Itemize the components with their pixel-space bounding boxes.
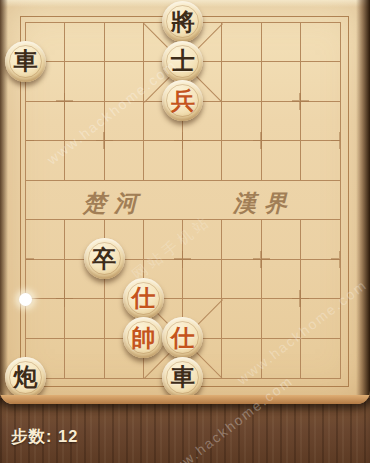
game-screen: 步数: 12 楚河 漢界 將車士兵卒仕帥仕炮車 www.hackhome.com…	[0, 0, 370, 463]
board-cell[interactable]	[301, 339, 340, 378]
position-marker	[96, 251, 113, 268]
position-marker	[253, 132, 270, 149]
board-cell[interactable]	[26, 181, 65, 220]
board-cell[interactable]	[262, 339, 301, 378]
position-marker	[253, 251, 270, 268]
position-marker	[174, 251, 191, 268]
board-cell[interactable]	[65, 23, 104, 62]
river-label-chu: 楚河	[75, 188, 145, 219]
board-bottom-bevel	[0, 395, 370, 404]
position-marker	[56, 290, 73, 307]
board-left-edge	[0, 0, 8, 404]
board-cell[interactable]	[301, 181, 340, 220]
position-marker	[292, 290, 309, 307]
board-cell[interactable]	[105, 23, 144, 62]
position-marker	[25, 251, 34, 268]
board-cell[interactable]	[105, 339, 144, 378]
board-cell[interactable]	[183, 181, 222, 220]
position-marker	[96, 132, 113, 149]
board-cell[interactable]	[144, 181, 183, 220]
xiangqi-board[interactable]: 楚河 漢界 將車士兵卒仕帥仕炮車	[0, 0, 370, 404]
move-counter: 步数: 12	[11, 426, 78, 448]
board-cell[interactable]	[222, 299, 261, 338]
position-marker	[331, 251, 341, 268]
position-marker	[25, 132, 34, 149]
board-cell[interactable]	[222, 62, 261, 101]
position-marker	[292, 93, 309, 110]
position-marker	[174, 132, 191, 149]
move-count-value: 12	[58, 427, 78, 445]
board-cell[interactable]	[262, 23, 301, 62]
position-marker	[331, 132, 341, 149]
board-cell[interactable]	[26, 23, 65, 62]
position-marker	[56, 93, 73, 110]
board-cell[interactable]	[222, 339, 261, 378]
move-count-label: 步数:	[11, 427, 53, 445]
board-cell[interactable]	[105, 62, 144, 101]
board-cell[interactable]	[26, 339, 65, 378]
board-grid[interactable]: 楚河 漢界	[25, 22, 341, 379]
river-label-han: 漢界	[225, 188, 295, 219]
board-cell[interactable]	[65, 339, 104, 378]
board-cell[interactable]	[222, 23, 261, 62]
board-cell[interactable]	[301, 23, 340, 62]
board-right-edge	[356, 0, 370, 404]
board-cell[interactable]	[105, 299, 144, 338]
board-top-highlight	[0, 0, 370, 7]
status-bar: 步数: 12	[0, 398, 370, 463]
